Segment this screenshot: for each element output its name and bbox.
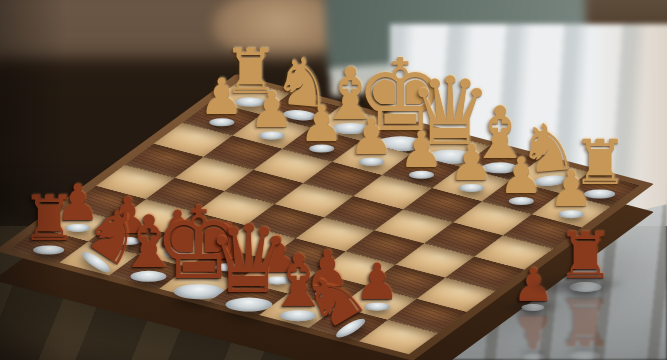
black-pawn-glyph: ♟ — [512, 310, 553, 354]
white-pawn-glyph: ♟ — [249, 87, 294, 134]
chrome-base — [209, 118, 234, 125]
chrome-base — [409, 171, 434, 178]
chrome-base — [459, 184, 484, 191]
white-pawn-glyph: ♟ — [199, 74, 244, 121]
white-pawn-glyph: ♟ — [349, 114, 394, 161]
chrome-base — [259, 131, 284, 138]
black-rook-glyph: ♜ — [21, 190, 77, 249]
black-rook-glyph: ♜ — [556, 290, 613, 351]
chrome-base — [33, 245, 64, 254]
wobble-chess-product-photo: ♜♞♝♚♛♝♞♜♟♟♟♟♟♟♟♟♟♟♟♟♟♟♟♜♞♝♚♛♝♞ ♟♟♜♜ — [0, 0, 667, 360]
chrome-base — [559, 210, 584, 217]
piece-white-pawn-d2[interactable]: ♟ — [399, 127, 444, 178]
piece-black-rook-h8[interactable]: ♜ — [21, 190, 77, 254]
white-pawn-glyph: ♟ — [399, 127, 444, 174]
white-pawn-glyph: ♟ — [499, 153, 544, 200]
white-pawn-glyph: ♟ — [549, 166, 594, 213]
piece-white-pawn-e2[interactable]: ♟ — [349, 114, 394, 165]
chrome-base — [509, 197, 534, 204]
white-pawn-glyph: ♟ — [299, 101, 344, 148]
piece-white-pawn-f2[interactable]: ♟ — [299, 101, 344, 152]
off-board-piece-black-rook[interactable]: ♜♜ — [556, 226, 613, 292]
piece-white-pawn-c2[interactable]: ♟ — [449, 140, 494, 191]
piece-white-pawn-g2[interactable]: ♟ — [249, 87, 294, 138]
piece-white-pawn-b2[interactable]: ♟ — [499, 153, 544, 204]
reflection-black-rook: ♜ — [556, 290, 613, 356]
reflection-black-pawn: ♟ — [512, 310, 553, 357]
piece-white-pawn-h2[interactable]: ♟ — [199, 74, 244, 125]
white-pawn-glyph: ♟ — [449, 140, 494, 187]
chrome-base — [309, 145, 334, 152]
chrome-base — [359, 158, 384, 165]
piece-white-pawn-a2[interactable]: ♟ — [549, 166, 594, 217]
